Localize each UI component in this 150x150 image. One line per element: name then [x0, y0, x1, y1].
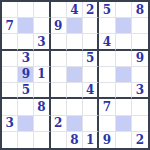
cell-r3c8-empty[interactable]: [116, 34, 132, 50]
cell-r7c9-empty[interactable]: [132, 99, 148, 115]
cell-r3c9-empty[interactable]: [132, 34, 148, 50]
cell-r8c4-given-2[interactable]: 2: [51, 116, 67, 132]
cell-r4c9-given-9[interactable]: 9: [132, 51, 148, 67]
cell-r8c3-empty[interactable]: [34, 116, 50, 132]
cell-r5c8-empty[interactable]: [116, 67, 132, 83]
cell-r6c7-empty[interactable]: [99, 83, 115, 99]
cell-r2c2-empty[interactable]: [18, 18, 34, 34]
cell-r9c9-given-2[interactable]: 2: [132, 132, 148, 148]
cell-r3c1-empty[interactable]: [2, 34, 18, 50]
cell-r2c7-empty[interactable]: [99, 18, 115, 34]
cell-r8c6-empty[interactable]: [83, 116, 99, 132]
cell-r1c9-given-8[interactable]: 8: [132, 2, 148, 18]
cell-r9c4-empty[interactable]: [51, 132, 67, 148]
cell-r5c6-empty[interactable]: [83, 67, 99, 83]
cell-r3c5-empty[interactable]: [67, 34, 83, 50]
cell-r9c6-given-1[interactable]: 1: [83, 132, 99, 148]
cell-r7c5-empty[interactable]: [67, 99, 83, 115]
cell-r4c2-given-3[interactable]: 3: [18, 51, 34, 67]
sudoku-board: 425879343599154387328192: [0, 0, 150, 150]
cell-r3c7-given-4[interactable]: 4: [99, 34, 115, 50]
cell-r6c3-empty[interactable]: [34, 83, 50, 99]
cell-r1c8-empty[interactable]: [116, 2, 132, 18]
cell-r1c7-given-5[interactable]: 5: [99, 2, 115, 18]
cell-r3c4-empty[interactable]: [51, 34, 67, 50]
cell-r7c2-empty[interactable]: [18, 99, 34, 115]
cell-r5c7-empty[interactable]: [99, 67, 115, 83]
cell-r5c4-empty[interactable]: [51, 67, 67, 83]
cell-r1c6-given-2[interactable]: 2: [83, 2, 99, 18]
cell-r9c1-empty[interactable]: [2, 132, 18, 148]
cell-r2c1-given-7[interactable]: 7: [2, 18, 18, 34]
cell-r8c7-empty[interactable]: [99, 116, 115, 132]
cell-r7c3-given-8[interactable]: 8: [34, 99, 50, 115]
cell-r8c8-empty[interactable]: [116, 116, 132, 132]
cell-r4c8-empty[interactable]: [116, 51, 132, 67]
cell-r3c2-empty[interactable]: [18, 34, 34, 50]
cell-r5c3-given-1[interactable]: 1: [34, 67, 50, 83]
cell-r9c5-given-8[interactable]: 8: [67, 132, 83, 148]
cell-r6c9-given-3[interactable]: 3: [132, 83, 148, 99]
cell-r8c1-given-3[interactable]: 3: [2, 116, 18, 132]
cell-r6c8-empty[interactable]: [116, 83, 132, 99]
cell-r7c6-empty[interactable]: [83, 99, 99, 115]
cell-r4c1-empty[interactable]: [2, 51, 18, 67]
cell-r9c2-empty[interactable]: [18, 132, 34, 148]
cell-r4c7-empty[interactable]: [99, 51, 115, 67]
cell-r1c2-empty[interactable]: [18, 2, 34, 18]
cell-r1c1-empty[interactable]: [2, 2, 18, 18]
cell-r5c5-empty[interactable]: [67, 67, 83, 83]
cell-r5c2-given-9[interactable]: 9: [18, 67, 34, 83]
cell-r8c2-empty[interactable]: [18, 116, 34, 132]
cell-r3c3-given-3[interactable]: 3: [34, 34, 50, 50]
cell-r4c4-empty[interactable]: [51, 51, 67, 67]
cell-r7c8-empty[interactable]: [116, 99, 132, 115]
cell-r6c1-empty[interactable]: [2, 83, 18, 99]
cell-r5c1-empty[interactable]: [2, 67, 18, 83]
cell-r2c4-given-9[interactable]: 9: [51, 18, 67, 34]
cell-r2c5-empty[interactable]: [67, 18, 83, 34]
cell-r8c9-empty[interactable]: [132, 116, 148, 132]
cell-r6c2-given-5[interactable]: 5: [18, 83, 34, 99]
cell-r7c7-given-7[interactable]: 7: [99, 99, 115, 115]
cell-r3c6-empty[interactable]: [83, 34, 99, 50]
cell-r2c8-empty[interactable]: [116, 18, 132, 34]
cell-r1c3-empty[interactable]: [34, 2, 50, 18]
cell-r1c4-empty[interactable]: [51, 2, 67, 18]
cell-r6c4-empty[interactable]: [51, 83, 67, 99]
cell-r2c6-empty[interactable]: [83, 18, 99, 34]
cell-r4c6-given-5[interactable]: 5: [83, 51, 99, 67]
cell-r9c3-empty[interactable]: [34, 132, 50, 148]
cell-r7c4-empty[interactable]: [51, 99, 67, 115]
cell-r1c5-given-4[interactable]: 4: [67, 2, 83, 18]
cell-r5c9-empty[interactable]: [132, 67, 148, 83]
cell-r6c6-given-4[interactable]: 4: [83, 83, 99, 99]
cell-r2c3-empty[interactable]: [34, 18, 50, 34]
cell-r2c9-empty[interactable]: [132, 18, 148, 34]
cell-r9c8-empty[interactable]: [116, 132, 132, 148]
cell-r4c3-empty[interactable]: [34, 51, 50, 67]
cell-r8c5-empty[interactable]: [67, 116, 83, 132]
cell-r6c5-empty[interactable]: [67, 83, 83, 99]
cell-r7c1-empty[interactable]: [2, 99, 18, 115]
cell-r4c5-empty[interactable]: [67, 51, 83, 67]
cell-r9c7-given-9[interactable]: 9: [99, 132, 115, 148]
